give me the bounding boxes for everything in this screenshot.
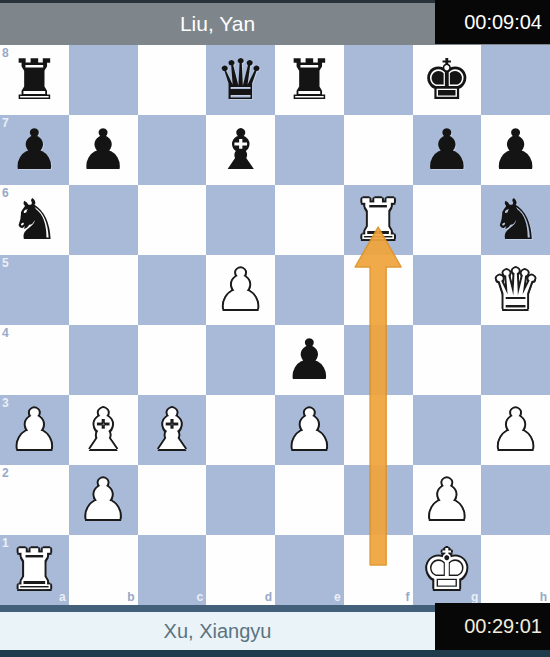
- square-d8[interactable]: ♛: [206, 45, 275, 115]
- piece-white-pawn[interactable]: ♟: [9, 402, 59, 458]
- piece-black-pawn[interactable]: ♟: [78, 122, 128, 178]
- square-f8[interactable]: [344, 45, 413, 115]
- square-e2[interactable]: [275, 465, 344, 535]
- piece-white-pawn[interactable]: ♟: [78, 472, 128, 528]
- square-h1[interactable]: h: [481, 535, 550, 605]
- piece-black-rook[interactable]: ♜: [284, 52, 334, 108]
- square-f1[interactable]: f: [344, 535, 413, 605]
- square-a4[interactable]: 4: [0, 325, 69, 395]
- square-f6[interactable]: ♜: [344, 185, 413, 255]
- piece-black-pawn[interactable]: ♟: [422, 122, 472, 178]
- square-b8[interactable]: [69, 45, 138, 115]
- square-d1[interactable]: d: [206, 535, 275, 605]
- square-h2[interactable]: [481, 465, 550, 535]
- piece-white-king[interactable]: ♚: [422, 542, 472, 598]
- square-g1[interactable]: g♚: [413, 535, 482, 605]
- top-player-name: Liu, Yan: [180, 12, 255, 36]
- bottom-player-name-wrap: Xu, Xiangyu: [0, 612, 435, 650]
- square-f3[interactable]: [344, 395, 413, 465]
- square-h8[interactable]: [481, 45, 550, 115]
- file-label-g: g: [471, 591, 478, 603]
- rank-label-8: 8: [2, 47, 9, 59]
- square-f4[interactable]: [344, 325, 413, 395]
- square-d7[interactable]: ♝: [206, 115, 275, 185]
- file-label-f: f: [406, 591, 410, 603]
- bottom-border: [0, 650, 550, 657]
- square-c8[interactable]: [138, 45, 207, 115]
- file-label-a: a: [59, 591, 66, 603]
- bottom-player-name: Xu, Xiangyu: [164, 620, 272, 643]
- square-b1[interactable]: b: [69, 535, 138, 605]
- piece-black-pawn[interactable]: ♟: [284, 332, 334, 388]
- square-c5[interactable]: [138, 255, 207, 325]
- bottom-clock-time: 00:29:01: [464, 615, 542, 638]
- file-label-h: h: [540, 591, 547, 603]
- piece-white-pawn[interactable]: ♟: [491, 402, 541, 458]
- board: 8♜♛♜♚7♟♟♝♟♟6♞♜♞5♟♛4♟3♟♝♝♟♟2♟♟1a♜bcdefg♚h: [0, 45, 550, 605]
- piece-white-queen[interactable]: ♛: [491, 262, 541, 318]
- square-c2[interactable]: [138, 465, 207, 535]
- square-f7[interactable]: [344, 115, 413, 185]
- rank-label-2: 2: [2, 467, 9, 479]
- piece-black-bishop[interactable]: ♝: [216, 122, 266, 178]
- square-d6[interactable]: [206, 185, 275, 255]
- piece-black-knight[interactable]: ♞: [9, 192, 59, 248]
- square-g5[interactable]: [413, 255, 482, 325]
- rank-label-5: 5: [2, 257, 9, 269]
- square-b7[interactable]: ♟: [69, 115, 138, 185]
- square-a6[interactable]: 6♞: [0, 185, 69, 255]
- square-b3[interactable]: ♝: [69, 395, 138, 465]
- square-a2[interactable]: 2: [0, 465, 69, 535]
- square-b6[interactable]: [69, 185, 138, 255]
- square-c3[interactable]: ♝: [138, 395, 207, 465]
- piece-black-pawn[interactable]: ♟: [9, 122, 59, 178]
- file-label-c: c: [197, 591, 204, 603]
- bottom-clock: 00:29:01: [435, 603, 550, 650]
- piece-black-king[interactable]: ♚: [422, 52, 472, 108]
- top-clock: 00:09:04: [435, 0, 550, 44]
- square-c1[interactable]: c: [138, 535, 207, 605]
- square-e8[interactable]: ♜: [275, 45, 344, 115]
- piece-white-bishop[interactable]: ♝: [78, 402, 128, 458]
- top-player-name-wrap: Liu, Yan: [0, 3, 435, 45]
- square-b4[interactable]: [69, 325, 138, 395]
- piece-white-rook[interactable]: ♜: [353, 192, 403, 248]
- square-g3[interactable]: [413, 395, 482, 465]
- square-g2[interactable]: ♟: [413, 465, 482, 535]
- square-e7[interactable]: [275, 115, 344, 185]
- square-a5[interactable]: 5: [0, 255, 69, 325]
- piece-white-pawn[interactable]: ♟: [422, 472, 472, 528]
- file-label-e: e: [334, 591, 341, 603]
- piece-black-rook[interactable]: ♜: [9, 52, 59, 108]
- square-a8[interactable]: 8♜: [0, 45, 69, 115]
- square-g7[interactable]: ♟: [413, 115, 482, 185]
- rank-label-3: 3: [2, 397, 9, 409]
- square-d3[interactable]: [206, 395, 275, 465]
- square-c7[interactable]: [138, 115, 207, 185]
- square-f5[interactable]: [344, 255, 413, 325]
- piece-white-bishop[interactable]: ♝: [147, 402, 197, 458]
- piece-white-pawn[interactable]: ♟: [216, 262, 266, 318]
- piece-black-queen[interactable]: ♛: [216, 52, 266, 108]
- square-e5[interactable]: [275, 255, 344, 325]
- square-e6[interactable]: [275, 185, 344, 255]
- square-b5[interactable]: [69, 255, 138, 325]
- piece-white-pawn[interactable]: ♟: [284, 402, 334, 458]
- square-e1[interactable]: e: [275, 535, 344, 605]
- square-a1[interactable]: 1a♜: [0, 535, 69, 605]
- square-g4[interactable]: [413, 325, 482, 395]
- square-d2[interactable]: [206, 465, 275, 535]
- piece-black-pawn[interactable]: ♟: [491, 122, 541, 178]
- square-a3[interactable]: 3♟: [0, 395, 69, 465]
- rank-label-7: 7: [2, 117, 9, 129]
- square-d5[interactable]: ♟: [206, 255, 275, 325]
- square-e4[interactable]: ♟: [275, 325, 344, 395]
- square-e3[interactable]: ♟: [275, 395, 344, 465]
- game-window: Liu, Yan 00:09:04 8♜♛♜♚7♟♟♝♟♟6♞♜♞5♟♛4♟3♟…: [0, 0, 550, 657]
- square-b2[interactable]: ♟: [69, 465, 138, 535]
- square-c4[interactable]: [138, 325, 207, 395]
- square-h7[interactable]: ♟: [481, 115, 550, 185]
- piece-white-rook[interactable]: ♜: [9, 542, 59, 598]
- square-h6[interactable]: ♞: [481, 185, 550, 255]
- square-g6[interactable]: [413, 185, 482, 255]
- square-h3[interactable]: ♟: [481, 395, 550, 465]
- rank-label-1: 1: [2, 537, 9, 549]
- square-h4[interactable]: [481, 325, 550, 395]
- square-c6[interactable]: [138, 185, 207, 255]
- piece-black-knight[interactable]: ♞: [491, 192, 541, 248]
- square-a7[interactable]: 7♟: [0, 115, 69, 185]
- square-d4[interactable]: [206, 325, 275, 395]
- file-label-d: d: [265, 591, 272, 603]
- file-label-b: b: [127, 591, 134, 603]
- square-f2[interactable]: [344, 465, 413, 535]
- top-clock-time: 00:09:04: [464, 11, 542, 34]
- rank-label-6: 6: [2, 187, 9, 199]
- square-g8[interactable]: ♚: [413, 45, 482, 115]
- rank-label-4: 4: [2, 327, 9, 339]
- square-h5[interactable]: ♛: [481, 255, 550, 325]
